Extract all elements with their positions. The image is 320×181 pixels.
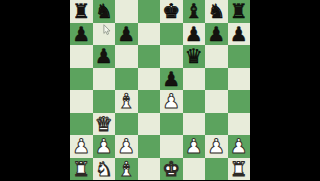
piece-black-king[interactable]: ♚	[162, 0, 180, 22]
square-e2[interactable]	[160, 135, 183, 158]
square-g6[interactable]	[205, 45, 228, 68]
piece-black-rook[interactable]: ♜	[72, 0, 90, 22]
square-a4[interactable]	[70, 90, 93, 113]
chess-board: ♜♞♚♝♞♜♟♟♟♟♟♟♛♟♝♟♛♟♟♟♟♟♟♜♞♝♚♜	[70, 0, 250, 180]
piece-black-bishop[interactable]: ♝	[185, 0, 203, 22]
square-b2[interactable]: ♟	[93, 135, 116, 158]
square-f1[interactable]	[183, 158, 206, 181]
square-h7[interactable]: ♟	[228, 23, 251, 46]
square-f4[interactable]	[183, 90, 206, 113]
square-e6[interactable]	[160, 45, 183, 68]
piece-white-bishop[interactable]: ♝	[117, 157, 135, 180]
piece-white-bishop[interactable]: ♝	[117, 90, 135, 113]
piece-black-pawn[interactable]: ♟	[230, 22, 248, 45]
square-g1[interactable]	[205, 158, 228, 181]
piece-white-pawn[interactable]: ♟	[207, 135, 225, 158]
square-h2[interactable]: ♟	[228, 135, 251, 158]
square-c1[interactable]: ♝	[115, 158, 138, 181]
piece-black-knight[interactable]: ♞	[207, 0, 225, 22]
piece-white-king[interactable]: ♚	[162, 157, 180, 180]
square-g7[interactable]: ♟	[205, 23, 228, 46]
square-h5[interactable]	[228, 68, 251, 91]
square-d7[interactable]	[138, 23, 161, 46]
square-b5[interactable]	[93, 68, 116, 91]
piece-white-rook[interactable]: ♜	[72, 157, 90, 180]
piece-white-pawn[interactable]: ♟	[72, 135, 90, 158]
square-f7[interactable]: ♟	[183, 23, 206, 46]
square-f5[interactable]	[183, 68, 206, 91]
square-e5[interactable]: ♟	[160, 68, 183, 91]
square-b7[interactable]	[93, 23, 116, 46]
square-a8[interactable]: ♜	[70, 0, 93, 23]
square-a2[interactable]: ♟	[70, 135, 93, 158]
square-g4[interactable]	[205, 90, 228, 113]
square-f2[interactable]: ♟	[183, 135, 206, 158]
piece-white-pawn[interactable]: ♟	[95, 135, 113, 158]
chess-app: ♜♞♚♝♞♜♟♟♟♟♟♟♛♟♝♟♛♟♟♟♟♟♟♜♞♝♚♜	[0, 0, 320, 180]
square-d3[interactable]	[138, 113, 161, 136]
square-g3[interactable]	[205, 113, 228, 136]
square-f6[interactable]: ♛	[183, 45, 206, 68]
square-g8[interactable]: ♞	[205, 0, 228, 23]
piece-white-pawn[interactable]: ♟	[185, 135, 203, 158]
square-c8[interactable]	[115, 0, 138, 23]
piece-black-pawn[interactable]: ♟	[207, 22, 225, 45]
piece-white-pawn[interactable]: ♟	[117, 135, 135, 158]
piece-black-pawn[interactable]: ♟	[162, 67, 180, 90]
piece-white-rook[interactable]: ♜	[230, 157, 248, 180]
square-b4[interactable]	[93, 90, 116, 113]
square-c4[interactable]: ♝	[115, 90, 138, 113]
square-c6[interactable]	[115, 45, 138, 68]
piece-black-pawn[interactable]: ♟	[72, 22, 90, 45]
square-a5[interactable]	[70, 68, 93, 91]
piece-black-queen[interactable]: ♛	[185, 45, 203, 68]
square-a1[interactable]: ♜	[70, 158, 93, 181]
square-g2[interactable]: ♟	[205, 135, 228, 158]
square-a6[interactable]	[70, 45, 93, 68]
square-e1[interactable]: ♚	[160, 158, 183, 181]
square-e3[interactable]	[160, 113, 183, 136]
square-e8[interactable]: ♚	[160, 0, 183, 23]
square-f8[interactable]: ♝	[183, 0, 206, 23]
square-b1[interactable]: ♞	[93, 158, 116, 181]
square-e4[interactable]: ♟	[160, 90, 183, 113]
square-h8[interactable]: ♜	[228, 0, 251, 23]
square-c5[interactable]	[115, 68, 138, 91]
square-d4[interactable]	[138, 90, 161, 113]
piece-white-pawn[interactable]: ♟	[230, 135, 248, 158]
square-d2[interactable]	[138, 135, 161, 158]
piece-black-pawn[interactable]: ♟	[185, 22, 203, 45]
piece-white-queen[interactable]: ♛	[95, 112, 113, 135]
square-c3[interactable]	[115, 113, 138, 136]
piece-black-pawn[interactable]: ♟	[95, 45, 113, 68]
square-h1[interactable]: ♜	[228, 158, 251, 181]
square-c2[interactable]: ♟	[115, 135, 138, 158]
square-h6[interactable]	[228, 45, 251, 68]
square-f3[interactable]	[183, 113, 206, 136]
square-a3[interactable]	[70, 113, 93, 136]
piece-white-pawn[interactable]: ♟	[162, 90, 180, 113]
square-b3[interactable]: ♛	[93, 113, 116, 136]
square-c7[interactable]: ♟	[115, 23, 138, 46]
square-d8[interactable]	[138, 0, 161, 23]
piece-black-pawn[interactable]: ♟	[117, 22, 135, 45]
piece-black-knight[interactable]: ♞	[95, 0, 113, 22]
square-b6[interactable]: ♟	[93, 45, 116, 68]
square-d5[interactable]	[138, 68, 161, 91]
square-b8[interactable]: ♞	[93, 0, 116, 23]
square-a7[interactable]: ♟	[70, 23, 93, 46]
square-g5[interactable]	[205, 68, 228, 91]
piece-white-knight[interactable]: ♞	[95, 157, 113, 180]
square-d1[interactable]	[138, 158, 161, 181]
square-h3[interactable]	[228, 113, 251, 136]
square-h4[interactable]	[228, 90, 251, 113]
square-e7[interactable]	[160, 23, 183, 46]
piece-black-rook[interactable]: ♜	[230, 0, 248, 22]
square-d6[interactable]	[138, 45, 161, 68]
